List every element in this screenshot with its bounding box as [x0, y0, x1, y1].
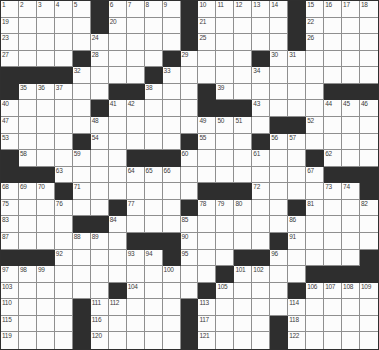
grid-cell[interactable]: 118	[288, 316, 306, 333]
grid-cell[interactable]	[91, 67, 109, 84]
grid-cell[interactable]	[270, 283, 288, 300]
grid-cell[interactable]	[109, 332, 127, 349]
grid-cell[interactable]	[91, 266, 109, 283]
grid-cell[interactable]	[163, 200, 181, 217]
grid-cell[interactable]: 40	[1, 100, 19, 117]
grid-cell[interactable]	[234, 167, 252, 184]
grid-cell[interactable]	[55, 332, 73, 349]
grid-cell[interactable]: 99	[37, 266, 55, 283]
grid-cell[interactable]: 86	[288, 216, 306, 233]
grid-cell[interactable]	[234, 67, 252, 84]
grid-cell[interactable]	[37, 117, 55, 134]
grid-cell[interactable]: 4	[55, 1, 73, 18]
grid-cell[interactable]: 60	[181, 150, 199, 167]
grid-cell[interactable]: 67	[306, 167, 324, 184]
grid-cell[interactable]	[234, 216, 252, 233]
grid-cell[interactable]: 100	[163, 266, 181, 283]
grid-cell[interactable]	[163, 18, 181, 35]
grid-cell[interactable]	[55, 266, 73, 283]
grid-cell[interactable]: 24	[91, 34, 109, 51]
grid-cell[interactable]: 84	[109, 216, 127, 233]
grid-cell[interactable]: 2	[19, 1, 37, 18]
grid-cell[interactable]	[288, 167, 306, 184]
grid-cell[interactable]	[37, 51, 55, 68]
grid-cell[interactable]: 47	[1, 117, 19, 134]
grid-cell[interactable]	[73, 18, 91, 35]
grid-cell[interactable]	[342, 299, 360, 316]
grid-cell[interactable]: 1	[1, 1, 19, 18]
grid-cell[interactable]	[306, 100, 324, 117]
grid-cell[interactable]: 77	[127, 200, 145, 217]
grid-cell[interactable]	[19, 18, 37, 35]
grid-cell[interactable]	[55, 51, 73, 68]
grid-cell[interactable]	[234, 299, 252, 316]
grid-cell[interactable]	[163, 332, 181, 349]
grid-cell[interactable]	[270, 216, 288, 233]
grid-cell[interactable]	[288, 150, 306, 167]
grid-cell[interactable]	[145, 18, 163, 35]
grid-cell[interactable]: 52	[306, 117, 324, 134]
grid-cell[interactable]	[252, 18, 270, 35]
grid-cell[interactable]	[360, 233, 378, 250]
grid-cell[interactable]: 34	[252, 67, 270, 84]
grid-cell[interactable]	[91, 283, 109, 300]
grid-cell[interactable]	[324, 67, 342, 84]
grid-cell[interactable]	[216, 316, 234, 333]
grid-cell[interactable]	[163, 100, 181, 117]
grid-cell[interactable]	[324, 200, 342, 217]
grid-cell[interactable]	[109, 250, 127, 267]
grid-cell[interactable]	[127, 183, 145, 200]
grid-cell[interactable]: 81	[306, 200, 324, 217]
grid-cell[interactable]	[19, 233, 37, 250]
grid-cell[interactable]: 113	[198, 299, 216, 316]
grid-cell[interactable]	[163, 117, 181, 134]
grid-cell[interactable]: 76	[55, 200, 73, 217]
grid-cell[interactable]	[270, 200, 288, 217]
grid-cell[interactable]	[288, 266, 306, 283]
grid-cell[interactable]: 88	[73, 233, 91, 250]
grid-cell[interactable]	[73, 84, 91, 101]
grid-cell[interactable]: 107	[324, 283, 342, 300]
grid-cell[interactable]	[55, 299, 73, 316]
grid-cell[interactable]	[252, 233, 270, 250]
grid-cell[interactable]	[306, 299, 324, 316]
grid-cell[interactable]	[270, 299, 288, 316]
grid-cell[interactable]	[19, 134, 37, 151]
grid-cell[interactable]	[252, 316, 270, 333]
grid-cell[interactable]	[342, 200, 360, 217]
grid-cell[interactable]	[163, 183, 181, 200]
grid-cell[interactable]: 115	[1, 316, 19, 333]
grid-cell[interactable]: 27	[1, 51, 19, 68]
grid-cell[interactable]	[73, 250, 91, 267]
grid-cell[interactable]	[55, 117, 73, 134]
grid-cell[interactable]	[216, 216, 234, 233]
grid-cell[interactable]: 14	[270, 1, 288, 18]
grid-cell[interactable]: 57	[288, 134, 306, 151]
grid-cell[interactable]: 23	[1, 34, 19, 51]
grid-cell[interactable]	[216, 167, 234, 184]
grid-cell[interactable]: 3	[37, 1, 55, 18]
grid-cell[interactable]	[73, 34, 91, 51]
grid-cell[interactable]: 56	[270, 134, 288, 151]
grid-cell[interactable]: 18	[360, 1, 378, 18]
grid-cell[interactable]	[360, 67, 378, 84]
grid-cell[interactable]	[181, 67, 199, 84]
grid-cell[interactable]	[109, 67, 127, 84]
grid-cell[interactable]: 96	[270, 250, 288, 267]
grid-cell[interactable]	[91, 167, 109, 184]
grid-cell[interactable]: 38	[145, 84, 163, 101]
grid-cell[interactable]	[73, 100, 91, 117]
grid-cell[interactable]	[181, 117, 199, 134]
grid-cell[interactable]: 73	[324, 183, 342, 200]
grid-cell[interactable]: 45	[342, 100, 360, 117]
grid-cell[interactable]	[127, 216, 145, 233]
grid-cell[interactable]	[145, 51, 163, 68]
grid-cell[interactable]	[234, 84, 252, 101]
grid-cell[interactable]: 51	[234, 117, 252, 134]
grid-cell[interactable]	[163, 316, 181, 333]
grid-cell[interactable]	[252, 34, 270, 51]
grid-cell[interactable]	[127, 299, 145, 316]
grid-cell[interactable]	[324, 34, 342, 51]
grid-cell[interactable]	[306, 332, 324, 349]
grid-cell[interactable]: 22	[306, 18, 324, 35]
grid-cell[interactable]	[342, 332, 360, 349]
grid-cell[interactable]	[360, 34, 378, 51]
grid-cell[interactable]: 9	[163, 1, 181, 18]
grid-cell[interactable]	[91, 84, 109, 101]
grid-cell[interactable]	[252, 84, 270, 101]
grid-cell[interactable]	[270, 67, 288, 84]
grid-cell[interactable]: 93	[127, 250, 145, 267]
grid-cell[interactable]	[306, 84, 324, 101]
grid-cell[interactable]	[216, 67, 234, 84]
grid-cell[interactable]	[163, 134, 181, 151]
grid-cell[interactable]	[19, 316, 37, 333]
grid-cell[interactable]	[109, 167, 127, 184]
grid-cell[interactable]	[306, 233, 324, 250]
grid-cell[interactable]	[270, 266, 288, 283]
grid-cell[interactable]: 42	[127, 100, 145, 117]
grid-cell[interactable]	[37, 316, 55, 333]
grid-cell[interactable]	[163, 84, 181, 101]
grid-cell[interactable]	[55, 150, 73, 167]
grid-cell[interactable]: 108	[342, 283, 360, 300]
grid-cell[interactable]	[19, 34, 37, 51]
grid-cell[interactable]: 61	[252, 150, 270, 167]
grid-cell[interactable]	[127, 51, 145, 68]
grid-cell[interactable]	[234, 150, 252, 167]
grid-cell[interactable]: 106	[306, 283, 324, 300]
grid-cell[interactable]: 36	[37, 84, 55, 101]
grid-cell[interactable]: 120	[91, 332, 109, 349]
grid-cell[interactable]: 79	[216, 200, 234, 217]
grid-cell[interactable]	[342, 18, 360, 35]
grid-cell[interactable]	[288, 67, 306, 84]
grid-cell[interactable]	[306, 316, 324, 333]
grid-cell[interactable]: 32	[73, 67, 91, 84]
grid-cell[interactable]: 72	[252, 183, 270, 200]
grid-cell[interactable]	[37, 134, 55, 151]
grid-cell[interactable]	[181, 100, 199, 117]
grid-cell[interactable]	[216, 332, 234, 349]
grid-cell[interactable]	[216, 34, 234, 51]
grid-cell[interactable]	[234, 332, 252, 349]
grid-cell[interactable]	[109, 134, 127, 151]
grid-cell[interactable]	[270, 84, 288, 101]
grid-cell[interactable]	[324, 316, 342, 333]
grid-cell[interactable]: 54	[91, 134, 109, 151]
grid-cell[interactable]	[163, 283, 181, 300]
grid-cell[interactable]: 31	[288, 51, 306, 68]
grid-cell[interactable]: 103	[1, 283, 19, 300]
grid-cell[interactable]: 10	[198, 1, 216, 18]
grid-cell[interactable]	[288, 84, 306, 101]
grid-cell[interactable]	[91, 250, 109, 267]
grid-cell[interactable]	[360, 150, 378, 167]
grid-cell[interactable]	[342, 67, 360, 84]
grid-cell[interactable]	[216, 233, 234, 250]
grid-cell[interactable]	[216, 134, 234, 151]
grid-cell[interactable]: 92	[55, 250, 73, 267]
grid-cell[interactable]	[91, 150, 109, 167]
grid-cell[interactable]: 85	[181, 216, 199, 233]
grid-cell[interactable]	[73, 266, 91, 283]
grid-cell[interactable]	[360, 216, 378, 233]
grid-cell[interactable]	[252, 283, 270, 300]
grid-cell[interactable]	[37, 233, 55, 250]
grid-cell[interactable]	[198, 150, 216, 167]
grid-cell[interactable]	[181, 183, 199, 200]
grid-cell[interactable]: 46	[360, 100, 378, 117]
grid-cell[interactable]	[324, 250, 342, 267]
grid-cell[interactable]: 37	[55, 84, 73, 101]
grid-cell[interactable]	[163, 216, 181, 233]
grid-cell[interactable]	[109, 316, 127, 333]
grid-cell[interactable]	[91, 183, 109, 200]
grid-cell[interactable]	[37, 216, 55, 233]
grid-cell[interactable]: 59	[73, 150, 91, 167]
grid-cell[interactable]: 69	[19, 183, 37, 200]
grid-cell[interactable]	[19, 51, 37, 68]
grid-cell[interactable]	[360, 134, 378, 151]
grid-cell[interactable]: 68	[1, 183, 19, 200]
grid-cell[interactable]: 19	[1, 18, 19, 35]
grid-cell[interactable]: 64	[127, 167, 145, 184]
grid-cell[interactable]	[306, 134, 324, 151]
grid-cell[interactable]	[198, 233, 216, 250]
grid-cell[interactable]	[234, 34, 252, 51]
grid-cell[interactable]: 44	[324, 100, 342, 117]
grid-cell[interactable]	[324, 233, 342, 250]
grid-cell[interactable]	[55, 18, 73, 35]
grid-cell[interactable]	[288, 100, 306, 117]
grid-cell[interactable]	[127, 18, 145, 35]
grid-cell[interactable]	[73, 117, 91, 134]
grid-cell[interactable]	[127, 117, 145, 134]
grid-cell[interactable]	[19, 216, 37, 233]
grid-cell[interactable]	[306, 67, 324, 84]
grid-cell[interactable]: 17	[342, 1, 360, 18]
grid-cell[interactable]	[360, 316, 378, 333]
grid-cell[interactable]: 83	[1, 216, 19, 233]
grid-cell[interactable]	[270, 167, 288, 184]
grid-cell[interactable]	[252, 332, 270, 349]
grid-cell[interactable]: 82	[360, 200, 378, 217]
grid-cell[interactable]: 119	[1, 332, 19, 349]
grid-cell[interactable]	[360, 18, 378, 35]
grid-cell[interactable]: 66	[163, 167, 181, 184]
grid-cell[interactable]	[37, 100, 55, 117]
grid-cell[interactable]	[127, 67, 145, 84]
grid-cell[interactable]: 6	[109, 1, 127, 18]
grid-cell[interactable]	[145, 299, 163, 316]
grid-cell[interactable]	[360, 117, 378, 134]
grid-cell[interactable]: 117	[198, 316, 216, 333]
grid-cell[interactable]: 74	[342, 183, 360, 200]
grid-cell[interactable]	[37, 150, 55, 167]
grid-cell[interactable]	[216, 150, 234, 167]
grid-cell[interactable]	[342, 316, 360, 333]
grid-cell[interactable]: 43	[252, 100, 270, 117]
grid-cell[interactable]	[73, 200, 91, 217]
grid-cell[interactable]	[37, 299, 55, 316]
grid-cell[interactable]	[252, 299, 270, 316]
grid-cell[interactable]	[163, 34, 181, 51]
grid-cell[interactable]	[127, 316, 145, 333]
grid-cell[interactable]: 112	[109, 299, 127, 316]
grid-cell[interactable]	[19, 200, 37, 217]
grid-cell[interactable]	[324, 332, 342, 349]
grid-cell[interactable]: 111	[91, 299, 109, 316]
grid-cell[interactable]	[145, 316, 163, 333]
grid-cell[interactable]: 114	[288, 299, 306, 316]
grid-cell[interactable]: 87	[1, 233, 19, 250]
grid-cell[interactable]: 26	[306, 34, 324, 51]
grid-cell[interactable]: 110	[1, 299, 19, 316]
grid-cell[interactable]	[198, 67, 216, 84]
grid-cell[interactable]: 20	[109, 18, 127, 35]
grid-cell[interactable]: 39	[216, 84, 234, 101]
grid-cell[interactable]: 12	[234, 1, 252, 18]
grid-cell[interactable]: 94	[145, 250, 163, 267]
grid-cell[interactable]	[145, 200, 163, 217]
grid-cell[interactable]: 104	[127, 283, 145, 300]
grid-cell[interactable]: 25	[198, 34, 216, 51]
grid-cell[interactable]: 75	[1, 200, 19, 217]
grid-cell[interactable]	[145, 183, 163, 200]
grid-cell[interactable]	[234, 233, 252, 250]
grid-cell[interactable]: 49	[198, 117, 216, 134]
grid-cell[interactable]: 101	[234, 266, 252, 283]
grid-cell[interactable]: 122	[288, 332, 306, 349]
grid-cell[interactable]	[19, 299, 37, 316]
grid-cell[interactable]: 33	[163, 67, 181, 84]
grid-cell[interactable]: 5	[73, 1, 91, 18]
grid-cell[interactable]	[306, 250, 324, 267]
grid-cell[interactable]	[342, 117, 360, 134]
grid-cell[interactable]: 63	[55, 167, 73, 184]
grid-cell[interactable]	[19, 332, 37, 349]
grid-cell[interactable]: 11	[216, 1, 234, 18]
grid-cell[interactable]	[360, 332, 378, 349]
grid-cell[interactable]	[181, 167, 199, 184]
grid-cell[interactable]	[324, 117, 342, 134]
grid-cell[interactable]	[145, 100, 163, 117]
grid-cell[interactable]: 7	[127, 1, 145, 18]
grid-cell[interactable]	[198, 266, 216, 283]
grid-cell[interactable]: 53	[1, 134, 19, 151]
grid-cell[interactable]	[109, 233, 127, 250]
grid-cell[interactable]	[37, 200, 55, 217]
grid-cell[interactable]	[342, 250, 360, 267]
grid-cell[interactable]	[181, 84, 199, 101]
grid-cell[interactable]: 29	[181, 51, 199, 68]
grid-cell[interactable]	[127, 134, 145, 151]
grid-cell[interactable]	[324, 299, 342, 316]
grid-cell[interactable]	[234, 51, 252, 68]
grid-cell[interactable]	[55, 34, 73, 51]
grid-cell[interactable]	[163, 299, 181, 316]
grid-cell[interactable]	[73, 167, 91, 184]
grid-cell[interactable]: 13	[252, 1, 270, 18]
grid-cell[interactable]: 15	[306, 1, 324, 18]
grid-cell[interactable]: 97	[1, 266, 19, 283]
grid-cell[interactable]	[216, 51, 234, 68]
grid-cell[interactable]	[198, 216, 216, 233]
grid-cell[interactable]	[109, 183, 127, 200]
grid-cell[interactable]	[324, 18, 342, 35]
grid-cell[interactable]	[342, 51, 360, 68]
grid-cell[interactable]	[270, 183, 288, 200]
grid-cell[interactable]	[181, 266, 199, 283]
grid-cell[interactable]	[306, 51, 324, 68]
grid-cell[interactable]	[342, 150, 360, 167]
grid-cell[interactable]	[324, 216, 342, 233]
grid-cell[interactable]	[37, 332, 55, 349]
grid-cell[interactable]: 121	[198, 332, 216, 349]
grid-cell[interactable]	[55, 216, 73, 233]
grid-cell[interactable]	[288, 250, 306, 267]
grid-cell[interactable]	[306, 183, 324, 200]
grid-cell[interactable]	[216, 299, 234, 316]
grid-cell[interactable]	[342, 134, 360, 151]
grid-cell[interactable]: 105	[216, 283, 234, 300]
grid-cell[interactable]: 109	[360, 283, 378, 300]
grid-cell[interactable]	[270, 150, 288, 167]
grid-cell[interactable]	[37, 18, 55, 35]
grid-cell[interactable]: 65	[145, 167, 163, 184]
grid-cell[interactable]	[109, 34, 127, 51]
grid-cell[interactable]	[55, 233, 73, 250]
grid-cell[interactable]	[360, 299, 378, 316]
grid-cell[interactable]	[19, 283, 37, 300]
grid-cell[interactable]	[252, 117, 270, 134]
grid-cell[interactable]: 78	[198, 200, 216, 217]
grid-cell[interactable]	[127, 266, 145, 283]
grid-cell[interactable]: 62	[324, 150, 342, 167]
grid-cell[interactable]	[181, 283, 199, 300]
grid-cell[interactable]	[73, 283, 91, 300]
grid-cell[interactable]	[342, 34, 360, 51]
grid-cell[interactable]	[55, 100, 73, 117]
grid-cell[interactable]	[252, 200, 270, 217]
grid-cell[interactable]: 58	[19, 150, 37, 167]
grid-cell[interactable]: 90	[181, 233, 199, 250]
